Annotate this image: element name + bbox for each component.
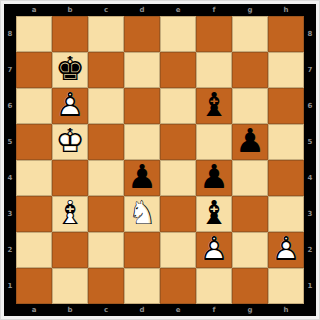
rank-label-3-right: 3	[304, 196, 316, 232]
rank-label-6-left: 6	[4, 88, 16, 124]
file-label-c-bottom: c	[88, 304, 124, 316]
square-c6[interactable]	[88, 88, 124, 124]
square-b5[interactable]: ♚♔	[52, 124, 88, 160]
square-b6[interactable]: ♟♙	[52, 88, 88, 124]
square-b3[interactable]: ♝♗	[52, 196, 88, 232]
square-b4[interactable]	[52, 160, 88, 196]
square-d1[interactable]	[124, 268, 160, 304]
chess-board: ♚♟♙♝♚♔♟♟♟♝♗♞♘♝♟♙♟♙	[16, 16, 304, 304]
square-f3[interactable]: ♝	[196, 196, 232, 232]
square-c8[interactable]	[88, 16, 124, 52]
square-f7[interactable]	[196, 52, 232, 88]
square-e8[interactable]	[160, 16, 196, 52]
rank-label-6-right: 6	[304, 88, 316, 124]
square-e1[interactable]	[160, 268, 196, 304]
white-king-outline: ♔	[52, 124, 88, 160]
file-label-g-bottom: g	[232, 304, 268, 316]
white-pawn-outline: ♙	[52, 88, 88, 124]
square-f5[interactable]	[196, 124, 232, 160]
file-label-d-bottom: d	[124, 304, 160, 316]
square-b2[interactable]	[52, 232, 88, 268]
square-c2[interactable]	[88, 232, 124, 268]
square-d6[interactable]	[124, 88, 160, 124]
file-label-h-bottom: h	[268, 304, 304, 316]
square-b1[interactable]	[52, 268, 88, 304]
square-d8[interactable]	[124, 16, 160, 52]
rank-label-2-right: 2	[304, 232, 316, 268]
square-f2[interactable]: ♟♙	[196, 232, 232, 268]
piece-black-pawn[interactable]: ♟	[196, 160, 232, 196]
rank-labels-right: 87654321	[304, 16, 316, 304]
rank-label-5-left: 5	[4, 124, 16, 160]
square-c7[interactable]	[88, 52, 124, 88]
piece-white-king[interactable]: ♚♔	[52, 124, 88, 160]
square-c1[interactable]	[88, 268, 124, 304]
rank-label-5-right: 5	[304, 124, 316, 160]
black-bishop-glyph: ♝	[196, 88, 232, 124]
file-label-g-top: g	[232, 4, 268, 16]
square-a1[interactable]	[16, 268, 52, 304]
square-g2[interactable]	[232, 232, 268, 268]
square-h2[interactable]: ♟♙	[268, 232, 304, 268]
piece-black-bishop[interactable]: ♝	[196, 196, 232, 232]
white-knight-outline: ♘	[124, 196, 160, 232]
square-d2[interactable]	[124, 232, 160, 268]
black-bishop-glyph: ♝	[196, 196, 232, 232]
white-pawn-outline: ♙	[268, 232, 304, 268]
file-labels-bottom: abcdefgh	[16, 304, 304, 316]
square-h8[interactable]	[268, 16, 304, 52]
file-label-b-top: b	[52, 4, 88, 16]
piece-black-pawn[interactable]: ♟	[124, 160, 160, 196]
square-h1[interactable]	[268, 268, 304, 304]
square-h3[interactable]	[268, 196, 304, 232]
file-label-a-top: a	[16, 4, 52, 16]
square-g7[interactable]	[232, 52, 268, 88]
piece-white-knight[interactable]: ♞♘	[124, 196, 160, 232]
square-e5[interactable]	[160, 124, 196, 160]
square-c3[interactable]	[88, 196, 124, 232]
file-label-h-top: h	[268, 4, 304, 16]
rank-label-1-left: 1	[4, 268, 16, 304]
rank-label-8-left: 8	[4, 16, 16, 52]
rank-label-2-left: 2	[4, 232, 16, 268]
square-d7[interactable]	[124, 52, 160, 88]
rank-label-8-right: 8	[304, 16, 316, 52]
rank-label-7-right: 7	[304, 52, 316, 88]
file-label-a-bottom: a	[16, 304, 52, 316]
square-c5[interactable]	[88, 124, 124, 160]
square-d5[interactable]	[124, 124, 160, 160]
rank-label-7-left: 7	[4, 52, 16, 88]
black-pawn-glyph: ♟	[124, 160, 160, 196]
square-g1[interactable]	[232, 268, 268, 304]
square-e2[interactable]	[160, 232, 196, 268]
piece-white-pawn[interactable]: ♟♙	[196, 232, 232, 268]
square-h5[interactable]	[268, 124, 304, 160]
square-d4[interactable]: ♟	[124, 160, 160, 196]
rank-label-1-right: 1	[304, 268, 316, 304]
square-g6[interactable]	[232, 88, 268, 124]
square-g3[interactable]	[232, 196, 268, 232]
square-a7[interactable]	[16, 52, 52, 88]
square-b8[interactable]	[52, 16, 88, 52]
file-label-e-bottom: e	[160, 304, 196, 316]
square-c4[interactable]	[88, 160, 124, 196]
piece-black-pawn[interactable]: ♟	[232, 124, 268, 160]
square-a5[interactable]	[16, 124, 52, 160]
square-h7[interactable]	[268, 52, 304, 88]
file-labels-top: abcdefgh	[16, 4, 304, 16]
square-e4[interactable]	[160, 160, 196, 196]
square-f1[interactable]	[196, 268, 232, 304]
rank-labels-left: 87654321	[4, 16, 16, 304]
square-e3[interactable]	[160, 196, 196, 232]
piece-white-bishop[interactable]: ♝♗	[52, 196, 88, 232]
file-label-c-top: c	[88, 4, 124, 16]
square-a4[interactable]	[16, 160, 52, 196]
square-b7[interactable]: ♚	[52, 52, 88, 88]
square-f8[interactable]	[196, 16, 232, 52]
white-pawn-outline: ♙	[196, 232, 232, 268]
file-label-b-bottom: b	[52, 304, 88, 316]
black-pawn-glyph: ♟	[196, 160, 232, 196]
square-h4[interactable]	[268, 160, 304, 196]
file-label-f-top: f	[196, 4, 232, 16]
piece-black-bishop[interactable]: ♝	[196, 88, 232, 124]
file-label-d-top: d	[124, 4, 160, 16]
rank-label-3-left: 3	[4, 196, 16, 232]
square-g8[interactable]	[232, 16, 268, 52]
white-bishop-outline: ♗	[52, 196, 88, 232]
piece-black-king[interactable]: ♚	[52, 52, 88, 88]
square-e6[interactable]	[160, 88, 196, 124]
square-a3[interactable]	[16, 196, 52, 232]
square-f4[interactable]: ♟	[196, 160, 232, 196]
board-frame: abcdefgh 87654321 ♚♟♙♝♚♔♟♟♟♝♗♞♘♝♟♙♟♙ 876…	[4, 4, 316, 316]
piece-white-pawn[interactable]: ♟♙	[52, 88, 88, 124]
rank-label-4-left: 4	[4, 160, 16, 196]
square-h6[interactable]	[268, 88, 304, 124]
square-g4[interactable]	[232, 160, 268, 196]
square-a2[interactable]	[16, 232, 52, 268]
square-e7[interactable]	[160, 52, 196, 88]
square-f6[interactable]: ♝	[196, 88, 232, 124]
square-a6[interactable]	[16, 88, 52, 124]
piece-white-pawn[interactable]: ♟♙	[268, 232, 304, 268]
rank-label-4-right: 4	[304, 160, 316, 196]
file-label-e-top: e	[160, 4, 196, 16]
file-label-f-bottom: f	[196, 304, 232, 316]
square-d3[interactable]: ♞♘	[124, 196, 160, 232]
square-a8[interactable]	[16, 16, 52, 52]
square-g5[interactable]: ♟	[232, 124, 268, 160]
black-pawn-glyph: ♟	[232, 124, 268, 160]
chess-diagram-page: abcdefgh 87654321 ♚♟♙♝♚♔♟♟♟♝♗♞♘♝♟♙♟♙ 876…	[0, 0, 320, 320]
black-king-glyph: ♚	[52, 52, 88, 88]
